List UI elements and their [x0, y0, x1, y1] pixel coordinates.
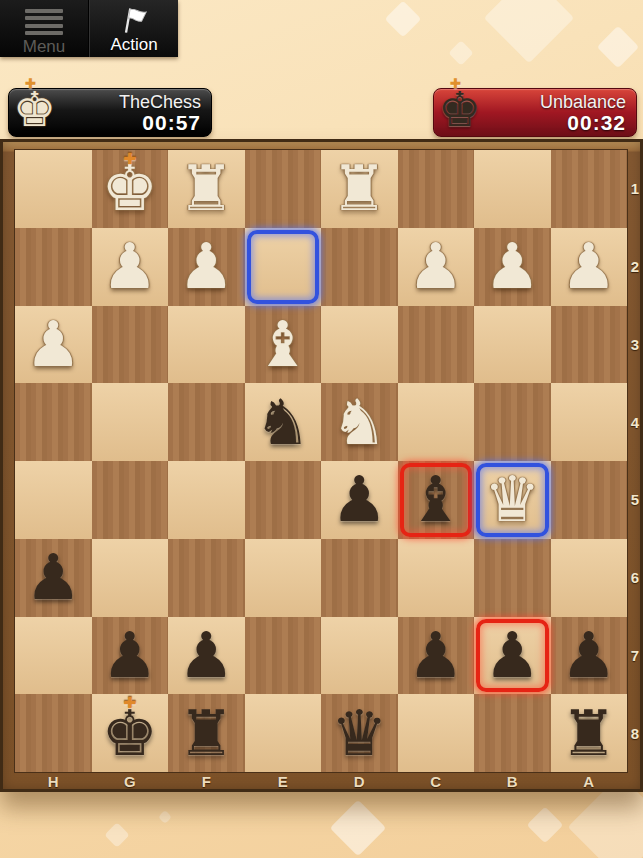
- rank-label-5: 5: [627, 461, 643, 539]
- square-d2[interactable]: [321, 228, 398, 306]
- file-label-b: B: [474, 773, 551, 790]
- menu-button[interactable]: Menu: [0, 0, 89, 57]
- diamond-decoration: [385, 1, 422, 38]
- square-g4[interactable]: [92, 383, 169, 461]
- file-label-c: C: [398, 773, 475, 790]
- chess-board: ♚✚♜♜♟♟♟♟♟♟♝♞♞♟♝♛♟♟♟♟♟♟♚✚♜♛♜: [15, 150, 627, 772]
- square-h2[interactable]: [15, 228, 92, 306]
- square-e8[interactable]: [245, 694, 322, 772]
- square-b1[interactable]: [474, 150, 551, 228]
- piece-black-pawn[interactable]: ♟: [398, 617, 475, 695]
- square-a2[interactable]: ♟: [551, 228, 628, 306]
- square-g5[interactable]: [92, 461, 169, 539]
- square-f8[interactable]: ♜: [168, 694, 245, 772]
- square-a1[interactable]: [551, 150, 628, 228]
- square-e5[interactable]: [245, 461, 322, 539]
- square-d6[interactable]: [321, 539, 398, 617]
- square-d4[interactable]: ♞: [321, 383, 398, 461]
- square-c4[interactable]: [398, 383, 475, 461]
- square-f4[interactable]: [168, 383, 245, 461]
- white-flag-icon: [119, 7, 149, 33]
- piece-black-knight[interactable]: ♞: [245, 383, 322, 461]
- piece-black-pawn[interactable]: ♟: [474, 617, 551, 695]
- piece-white-rook[interactable]: ♜: [321, 150, 398, 228]
- piece-black-bishop[interactable]: ♝: [398, 461, 475, 539]
- black-player-plaque: ♚ ✚ Unbalance 00:32: [433, 88, 637, 137]
- piece-white-pawn[interactable]: ♟: [15, 306, 92, 384]
- piece-white-pawn[interactable]: ♟: [474, 228, 551, 306]
- file-label-a: A: [551, 773, 628, 790]
- square-f6[interactable]: [168, 539, 245, 617]
- square-e3[interactable]: ♝: [245, 306, 322, 384]
- square-c8[interactable]: [398, 694, 475, 772]
- square-f5[interactable]: [168, 461, 245, 539]
- square-c5[interactable]: ♝: [398, 461, 475, 539]
- square-c7[interactable]: ♟: [398, 617, 475, 695]
- piece-white-pawn[interactable]: ♟: [398, 228, 475, 306]
- square-e7[interactable]: [245, 617, 322, 695]
- black-player-clock: 00:32: [567, 111, 626, 135]
- file-labels: HGFEDCBA: [15, 771, 627, 792]
- square-h3[interactable]: ♟: [15, 306, 92, 384]
- square-h1[interactable]: [15, 150, 92, 228]
- piece-white-bishop[interactable]: ♝: [245, 306, 322, 384]
- black-player-name: Unbalance: [540, 92, 626, 113]
- rank-label-7: 7: [627, 617, 643, 695]
- diamond-decoration: [104, 822, 129, 847]
- diamond-decoration: [484, 0, 575, 63]
- rank-labels: 12345678: [627, 150, 643, 772]
- square-g2[interactable]: ♟: [92, 228, 169, 306]
- square-b8[interactable]: [474, 694, 551, 772]
- toolbar: Menu Action: [0, 0, 178, 57]
- piece-black-pawn[interactable]: ♟: [92, 617, 169, 695]
- piece-black-pawn[interactable]: ♟: [168, 617, 245, 695]
- square-h4[interactable]: [15, 383, 92, 461]
- piece-black-pawn[interactable]: ♟: [15, 539, 92, 617]
- square-a8[interactable]: ♜: [551, 694, 628, 772]
- file-label-f: F: [168, 773, 245, 790]
- menu-button-label: Menu: [23, 37, 66, 57]
- square-b2[interactable]: ♟: [474, 228, 551, 306]
- file-label-h: H: [15, 773, 92, 790]
- king-cross-icon: ✚: [123, 150, 136, 168]
- square-d1[interactable]: ♜: [321, 150, 398, 228]
- piece-black-pawn[interactable]: ♟: [551, 617, 628, 695]
- hamburger-icon: [25, 7, 63, 35]
- action-button[interactable]: Action: [89, 0, 178, 57]
- square-a4[interactable]: [551, 383, 628, 461]
- rank-label-8: 8: [627, 694, 643, 772]
- diamond-decoration: [527, 807, 564, 844]
- square-h8[interactable]: [15, 694, 92, 772]
- square-e2[interactable]: [245, 228, 322, 306]
- square-g7[interactable]: ♟: [92, 617, 169, 695]
- square-d7[interactable]: [321, 617, 398, 695]
- piece-white-pawn[interactable]: ♟: [551, 228, 628, 306]
- square-e6[interactable]: [245, 539, 322, 617]
- file-label-d: D: [321, 773, 398, 790]
- file-label-e: E: [245, 773, 322, 790]
- diamond-decoration: [330, 800, 387, 857]
- square-g8[interactable]: ♚✚: [92, 694, 169, 772]
- square-d5[interactable]: ♟: [321, 461, 398, 539]
- square-a5[interactable]: [551, 461, 628, 539]
- piece-black-rook[interactable]: ♜: [551, 694, 628, 772]
- king-cross-icon: ✚: [25, 76, 36, 91]
- square-d3[interactable]: [321, 306, 398, 384]
- square-b7[interactable]: ♟: [474, 617, 551, 695]
- action-button-label: Action: [110, 35, 157, 55]
- square-b4[interactable]: [474, 383, 551, 461]
- white-player-name: TheChess: [119, 92, 201, 113]
- square-a3[interactable]: [551, 306, 628, 384]
- square-c2[interactable]: ♟: [398, 228, 475, 306]
- piece-white-rook[interactable]: ♜: [168, 150, 245, 228]
- square-g6[interactable]: [92, 539, 169, 617]
- king-cross-icon: ✚: [123, 694, 136, 712]
- square-e1[interactable]: [245, 150, 322, 228]
- square-a6[interactable]: [551, 539, 628, 617]
- square-c3[interactable]: [398, 306, 475, 384]
- square-e4[interactable]: ♞: [245, 383, 322, 461]
- square-g3[interactable]: [92, 306, 169, 384]
- rank-label-3: 3: [627, 306, 643, 384]
- square-d8[interactable]: ♛: [321, 694, 398, 772]
- square-h7[interactable]: [15, 617, 92, 695]
- square-a7[interactable]: ♟: [551, 617, 628, 695]
- square-b3[interactable]: [474, 306, 551, 384]
- piece-white-knight[interactable]: ♞: [321, 383, 398, 461]
- square-b5[interactable]: ♛: [474, 461, 551, 539]
- white-player-clock: 00:57: [142, 111, 201, 135]
- square-b6[interactable]: [474, 539, 551, 617]
- piece-white-pawn[interactable]: ♟: [92, 228, 169, 306]
- square-f3[interactable]: [168, 306, 245, 384]
- piece-black-queen[interactable]: ♛: [321, 694, 398, 772]
- rank-label-2: 2: [627, 228, 643, 306]
- square-c6[interactable]: [398, 539, 475, 617]
- rank-label-4: 4: [627, 383, 643, 461]
- square-f2[interactable]: ♟: [168, 228, 245, 306]
- square-f1[interactable]: ♜: [168, 150, 245, 228]
- piece-black-pawn[interactable]: ♟: [321, 461, 398, 539]
- square-c1[interactable]: [398, 150, 475, 228]
- file-label-g: G: [92, 773, 169, 790]
- diamond-decoration: [158, 810, 172, 824]
- rank-label-1: 1: [627, 150, 643, 228]
- app-screen: Menu Action ♚ ✚ TheChess 00:57 ♚ ✚ Unbal…: [0, 0, 643, 858]
- rank-label-6: 6: [627, 539, 643, 617]
- king-cross-icon: ✚: [450, 76, 461, 91]
- blue-highlight: [247, 230, 320, 304]
- diamond-decoration: [448, 40, 473, 65]
- square-h6[interactable]: ♟: [15, 539, 92, 617]
- piece-white-pawn[interactable]: ♟: [168, 228, 245, 306]
- piece-white-queen[interactable]: ♛: [474, 461, 551, 539]
- square-g1[interactable]: ♚✚: [92, 150, 169, 228]
- square-h5[interactable]: [15, 461, 92, 539]
- piece-black-rook[interactable]: ♜: [168, 694, 245, 772]
- white-player-plaque: ♚ ✚ TheChess 00:57: [8, 88, 212, 137]
- diamond-decoration: [597, 26, 639, 68]
- square-f7[interactable]: ♟: [168, 617, 245, 695]
